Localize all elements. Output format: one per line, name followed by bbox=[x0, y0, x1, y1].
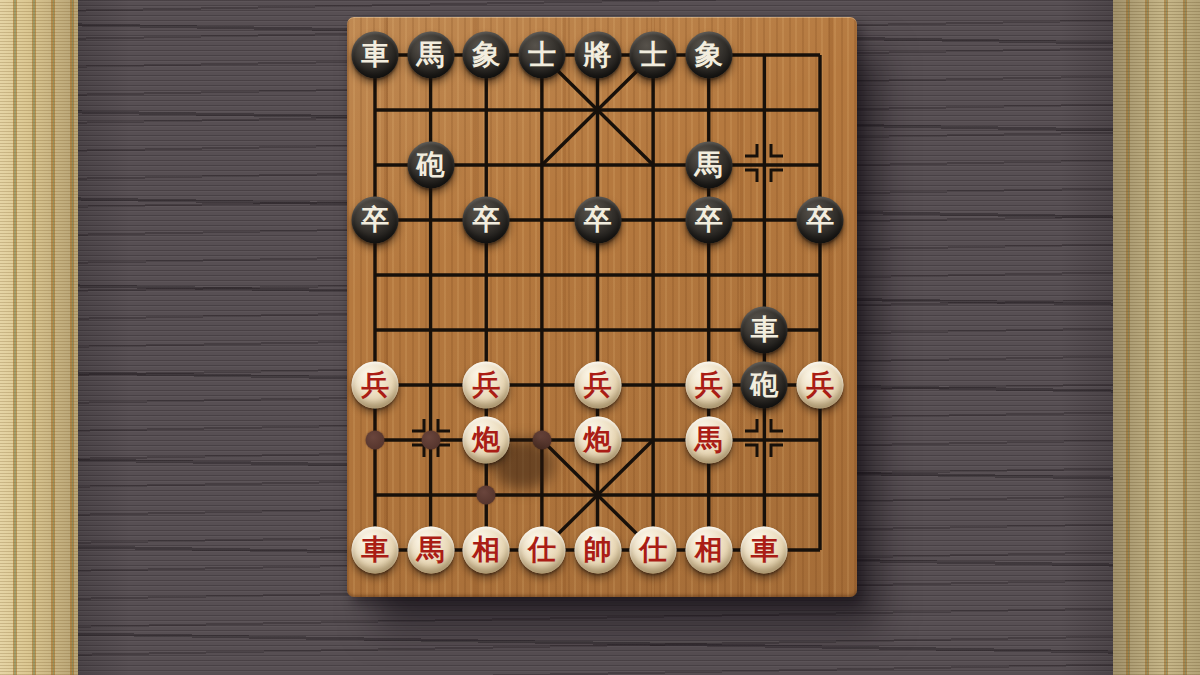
piece-black-cannon[interactable]: 砲 bbox=[407, 142, 454, 189]
table-scene: 車馬象士將士象砲馬卒卒卒卒卒車砲兵兵兵兵兵炮炮馬車馬相仕帥仕相車 bbox=[0, 0, 1200, 675]
piece-black-soldier[interactable]: 卒 bbox=[797, 197, 844, 244]
piece-red-horse[interactable]: 馬 bbox=[685, 417, 732, 464]
piece-glyph: 砲 bbox=[417, 150, 445, 178]
piece-black-advisor[interactable]: 士 bbox=[518, 32, 565, 79]
piece-red-soldier[interactable]: 兵 bbox=[574, 362, 621, 409]
piece-glyph: 相 bbox=[695, 535, 723, 563]
piece-red-general[interactable]: 帥 bbox=[574, 527, 621, 574]
piece-black-soldier[interactable]: 卒 bbox=[574, 197, 621, 244]
tatami-mat-left bbox=[0, 0, 78, 675]
piece-red-elephant[interactable]: 相 bbox=[463, 527, 510, 574]
piece-glyph: 卒 bbox=[584, 205, 612, 233]
piece-glyph: 卒 bbox=[472, 205, 500, 233]
piece-glyph: 將 bbox=[584, 40, 612, 68]
move-hint-dot[interactable] bbox=[477, 486, 496, 505]
piece-red-chariot[interactable]: 車 bbox=[352, 527, 399, 574]
piece-black-soldier[interactable]: 卒 bbox=[352, 197, 399, 244]
piece-glyph: 兵 bbox=[584, 370, 612, 398]
piece-black-cannon[interactable]: 砲 bbox=[741, 362, 788, 409]
xiangqi-board[interactable]: 車馬象士將士象砲馬卒卒卒卒卒車砲兵兵兵兵兵炮炮馬車馬相仕帥仕相車 bbox=[347, 17, 857, 597]
piece-red-soldier[interactable]: 兵 bbox=[685, 362, 732, 409]
piece-glyph: 象 bbox=[472, 40, 500, 68]
piece-glyph: 士 bbox=[639, 40, 667, 68]
piece-black-chariot[interactable]: 車 bbox=[352, 32, 399, 79]
piece-glyph: 卒 bbox=[695, 205, 723, 233]
piece-red-soldier[interactable]: 兵 bbox=[797, 362, 844, 409]
piece-black-advisor[interactable]: 士 bbox=[630, 32, 677, 79]
piece-glyph: 相 bbox=[472, 535, 500, 563]
piece-red-soldier[interactable]: 兵 bbox=[352, 362, 399, 409]
piece-black-horse[interactable]: 馬 bbox=[685, 142, 732, 189]
piece-glyph: 帥 bbox=[584, 535, 612, 563]
piece-glyph: 象 bbox=[695, 40, 723, 68]
piece-glyph: 炮 bbox=[584, 425, 612, 453]
piece-glyph: 馬 bbox=[695, 425, 723, 453]
piece-glyph: 卒 bbox=[361, 205, 389, 233]
piece-glyph: 馬 bbox=[417, 535, 445, 563]
piece-glyph: 車 bbox=[361, 535, 389, 563]
piece-red-cannon[interactable]: 炮 bbox=[463, 417, 510, 464]
piece-glyph: 馬 bbox=[695, 150, 723, 178]
piece-glyph: 兵 bbox=[472, 370, 500, 398]
piece-glyph: 兵 bbox=[695, 370, 723, 398]
piece-red-elephant[interactable]: 相 bbox=[685, 527, 732, 574]
piece-glyph: 兵 bbox=[806, 370, 834, 398]
piece-glyph: 卒 bbox=[806, 205, 834, 233]
piece-glyph: 車 bbox=[750, 315, 778, 343]
piece-glyph: 仕 bbox=[528, 535, 556, 563]
piece-black-soldier[interactable]: 卒 bbox=[463, 197, 510, 244]
piece-glyph: 士 bbox=[528, 40, 556, 68]
piece-red-advisor[interactable]: 仕 bbox=[630, 527, 677, 574]
piece-black-soldier[interactable]: 卒 bbox=[685, 197, 732, 244]
piece-glyph: 砲 bbox=[750, 370, 778, 398]
board-grid bbox=[347, 17, 857, 597]
piece-glyph: 車 bbox=[750, 535, 778, 563]
move-hint-dot[interactable] bbox=[421, 431, 440, 450]
piece-glyph: 仕 bbox=[639, 535, 667, 563]
piece-glyph: 車 bbox=[361, 40, 389, 68]
piece-glyph: 兵 bbox=[361, 370, 389, 398]
piece-red-chariot[interactable]: 車 bbox=[741, 527, 788, 574]
piece-glyph: 炮 bbox=[472, 425, 500, 453]
piece-black-elephant[interactable]: 象 bbox=[463, 32, 510, 79]
piece-black-elephant[interactable]: 象 bbox=[685, 32, 732, 79]
piece-black-horse[interactable]: 馬 bbox=[407, 32, 454, 79]
tatami-mat-right bbox=[1113, 0, 1200, 675]
piece-red-cannon[interactable]: 炮 bbox=[574, 417, 621, 464]
piece-red-advisor[interactable]: 仕 bbox=[518, 527, 565, 574]
piece-glyph: 馬 bbox=[417, 40, 445, 68]
piece-red-horse[interactable]: 馬 bbox=[407, 527, 454, 574]
piece-black-chariot[interactable]: 車 bbox=[741, 307, 788, 354]
piece-red-soldier[interactable]: 兵 bbox=[463, 362, 510, 409]
piece-black-general[interactable]: 將 bbox=[574, 32, 621, 79]
move-hint-dot[interactable] bbox=[366, 431, 385, 450]
